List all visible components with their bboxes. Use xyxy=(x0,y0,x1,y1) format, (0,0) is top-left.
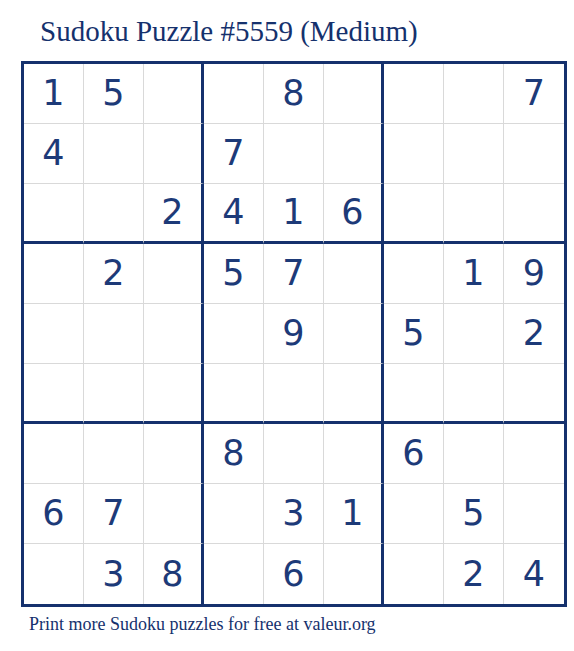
sudoku-cell-r4c5: 7 xyxy=(264,244,324,304)
sudoku-cell-r4c1 xyxy=(24,244,84,304)
sudoku-cell-r3c6: 6 xyxy=(324,184,384,244)
sudoku-cell-r2c6 xyxy=(324,124,384,184)
page-title: Sudoku Puzzle #5559 (Medium) xyxy=(40,16,418,46)
sudoku-cell-r2c5 xyxy=(264,124,324,184)
sudoku-cell-r8c5: 3 xyxy=(264,484,324,544)
sudoku-cell-r9c2: 3 xyxy=(84,544,144,604)
sudoku-cell-r1c5: 8 xyxy=(264,64,324,124)
page: Sudoku Puzzle #5559 (Medium) 15874724162… xyxy=(0,0,574,651)
sudoku-cell-r1c8 xyxy=(444,64,504,124)
sudoku-cell-r7c6 xyxy=(324,424,384,484)
sudoku-cell-r9c5: 6 xyxy=(264,544,324,604)
sudoku-cell-r8c2: 7 xyxy=(84,484,144,544)
sudoku-cell-r8c9 xyxy=(504,484,564,544)
sudoku-cell-r5c1 xyxy=(24,304,84,364)
sudoku-cell-r8c7 xyxy=(384,484,444,544)
sudoku-cell-r9c7 xyxy=(384,544,444,604)
sudoku-cell-r1c9: 7 xyxy=(504,64,564,124)
sudoku-cell-r4c2: 2 xyxy=(84,244,144,304)
sudoku-cell-r3c2 xyxy=(84,184,144,244)
sudoku-cell-r5c4 xyxy=(204,304,264,364)
sudoku-cell-r2c2 xyxy=(84,124,144,184)
sudoku-cell-r6c6 xyxy=(324,364,384,424)
sudoku-cell-r8c6: 1 xyxy=(324,484,384,544)
sudoku-cell-r5c7: 5 xyxy=(384,304,444,364)
sudoku-cell-r1c2: 5 xyxy=(84,64,144,124)
sudoku-cell-r9c9: 4 xyxy=(504,544,564,604)
sudoku-cell-r3c3: 2 xyxy=(144,184,204,244)
sudoku-cell-r3c8 xyxy=(444,184,504,244)
sudoku-cell-r4c4: 5 xyxy=(204,244,264,304)
sudoku-cell-r6c3 xyxy=(144,364,204,424)
sudoku-cell-r3c1 xyxy=(24,184,84,244)
sudoku-cell-r7c5 xyxy=(264,424,324,484)
footer-text: Print more Sudoku puzzles for free at va… xyxy=(29,613,376,635)
sudoku-cell-r8c4 xyxy=(204,484,264,544)
sudoku-cell-r1c4 xyxy=(204,64,264,124)
sudoku-cell-r3c4: 4 xyxy=(204,184,264,244)
sudoku-cell-r4c8: 1 xyxy=(444,244,504,304)
sudoku-cell-r1c1: 1 xyxy=(24,64,84,124)
sudoku-cell-r1c7 xyxy=(384,64,444,124)
sudoku-cell-r2c9 xyxy=(504,124,564,184)
sudoku-cell-r1c3 xyxy=(144,64,204,124)
sudoku-cell-r3c5: 1 xyxy=(264,184,324,244)
sudoku-cell-r5c8 xyxy=(444,304,504,364)
sudoku-cell-r8c3 xyxy=(144,484,204,544)
sudoku-cell-r2c1: 4 xyxy=(24,124,84,184)
sudoku-cell-r5c2 xyxy=(84,304,144,364)
sudoku-cell-r6c9 xyxy=(504,364,564,424)
sudoku-cell-r6c4 xyxy=(204,364,264,424)
sudoku-cell-r5c3 xyxy=(144,304,204,364)
sudoku-cell-r5c6 xyxy=(324,304,384,364)
sudoku-cell-r6c1 xyxy=(24,364,84,424)
sudoku-cell-r7c1 xyxy=(24,424,84,484)
sudoku-cell-r6c8 xyxy=(444,364,504,424)
sudoku-cell-r9c1 xyxy=(24,544,84,604)
sudoku-cell-r4c6 xyxy=(324,244,384,304)
sudoku-cell-r8c1: 6 xyxy=(24,484,84,544)
sudoku-cell-r4c3 xyxy=(144,244,204,304)
sudoku-cell-r7c7: 6 xyxy=(384,424,444,484)
sudoku-cell-r4c7 xyxy=(384,244,444,304)
sudoku-cell-r6c2 xyxy=(84,364,144,424)
sudoku-cell-r7c3 xyxy=(144,424,204,484)
sudoku-cell-r2c4: 7 xyxy=(204,124,264,184)
sudoku-cell-r3c9 xyxy=(504,184,564,244)
sudoku-cell-r2c8 xyxy=(444,124,504,184)
sudoku-cell-r7c9 xyxy=(504,424,564,484)
sudoku-cell-r6c7 xyxy=(384,364,444,424)
sudoku-cell-r2c7 xyxy=(384,124,444,184)
sudoku-board: 158747241625719952866731538624 xyxy=(21,61,567,607)
sudoku-cell-r2c3 xyxy=(144,124,204,184)
sudoku-cell-r7c8 xyxy=(444,424,504,484)
sudoku-cell-r9c3: 8 xyxy=(144,544,204,604)
sudoku-cell-r5c5: 9 xyxy=(264,304,324,364)
sudoku-cell-r1c6 xyxy=(324,64,384,124)
sudoku-cell-r5c9: 2 xyxy=(504,304,564,364)
sudoku-cell-r4c9: 9 xyxy=(504,244,564,304)
sudoku-cell-r8c8: 5 xyxy=(444,484,504,544)
sudoku-cell-r6c5 xyxy=(264,364,324,424)
sudoku-cell-r9c6 xyxy=(324,544,384,604)
sudoku-cell-r9c8: 2 xyxy=(444,544,504,604)
sudoku-cell-r9c4 xyxy=(204,544,264,604)
sudoku-cell-r3c7 xyxy=(384,184,444,244)
sudoku-cell-r7c4: 8 xyxy=(204,424,264,484)
sudoku-cell-r7c2 xyxy=(84,424,144,484)
